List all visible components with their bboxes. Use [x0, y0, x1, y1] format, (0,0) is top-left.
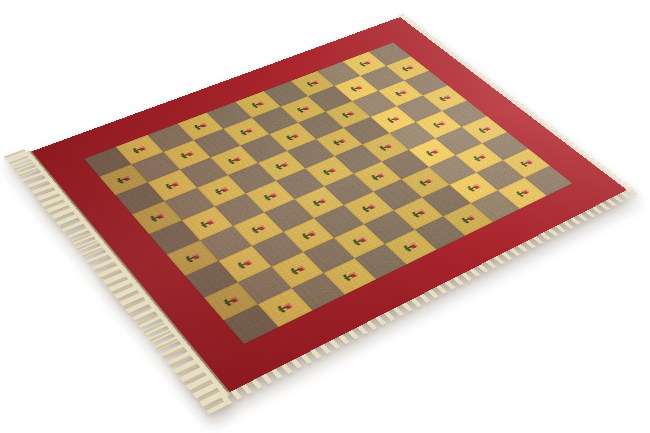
flower-motif	[213, 186, 230, 196]
flower-motif	[222, 295, 241, 308]
flower-motif	[250, 100, 266, 109]
flower-motif	[400, 64, 415, 72]
flower-motif	[164, 180, 181, 190]
flower-motif	[477, 125, 493, 134]
rug-photo-stage	[0, 0, 650, 433]
rug-shadow	[0, 0, 650, 433]
flower-motif	[349, 84, 364, 92]
flower-motif	[386, 115, 402, 124]
flower-motif	[431, 120, 447, 129]
flower-motif	[378, 142, 394, 151]
flower-motif	[437, 94, 452, 102]
flower-motif	[471, 153, 487, 162]
flower-motif	[410, 208, 427, 219]
flower-motif	[178, 150, 195, 160]
checkerboard-rug	[30, 17, 627, 393]
flower-motif	[341, 270, 359, 282]
flower-motif	[285, 132, 301, 141]
flower-motif	[311, 197, 328, 207]
flower-motif	[236, 258, 254, 270]
flower-motif	[460, 214, 477, 225]
flower-motif	[288, 264, 306, 276]
flower-motif	[360, 202, 377, 213]
flower-motif	[340, 110, 356, 119]
flower-motif	[514, 188, 530, 198]
flower-motif	[369, 172, 386, 182]
flower-motif	[331, 137, 347, 146]
flower-motif	[276, 301, 295, 314]
flower-motif	[357, 60, 372, 68]
flower-motif	[184, 252, 202, 264]
flower-motif	[295, 105, 311, 114]
flower-motif	[192, 122, 208, 131]
flower-motif	[300, 229, 318, 240]
flower-motif	[351, 235, 369, 246]
flower-motif	[518, 158, 534, 168]
flower-motif	[226, 155, 243, 165]
flower-motif	[262, 191, 279, 201]
flower-motif	[321, 166, 338, 176]
flower-motif	[148, 212, 166, 223]
flower-motif	[115, 174, 132, 184]
flower-motif	[402, 241, 420, 252]
flower-motif	[466, 182, 482, 192]
flower-motif	[393, 89, 408, 97]
flower-motif	[305, 79, 320, 87]
flower-motif	[238, 127, 254, 136]
flower-motif	[199, 218, 217, 229]
flower-motif	[417, 177, 434, 187]
flower-motif	[424, 148, 440, 157]
flower-motif	[273, 161, 290, 171]
flower-motif	[131, 145, 148, 155]
flower-motif	[249, 224, 267, 235]
